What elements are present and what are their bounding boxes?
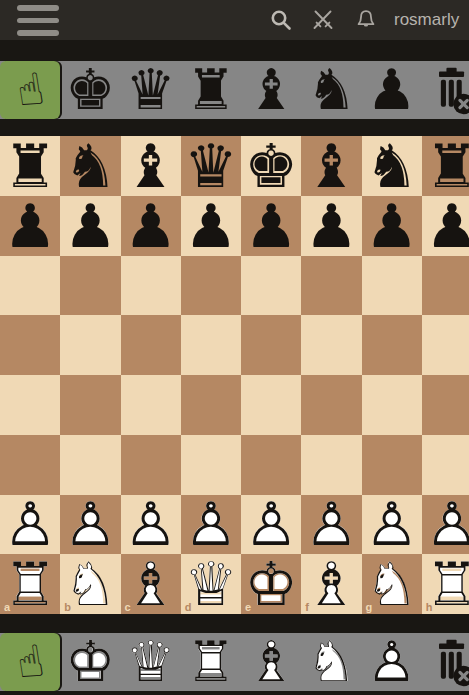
coord-file-f: f — [305, 602, 309, 613]
black-pawn[interactable]: ♟ — [362, 196, 422, 256]
white-pawn[interactable]: ♟♙ — [181, 495, 241, 555]
black-knight[interactable]: ♞ — [301, 61, 361, 119]
square-c8[interactable]: ♝ — [121, 136, 181, 196]
black-rook[interactable]: ♜ — [181, 61, 241, 119]
white-bishop[interactable]: ♝♗ — [241, 633, 301, 691]
square-g8[interactable]: ♞ — [362, 136, 422, 196]
spare-black-knight-cell[interactable]: ♞ — [301, 61, 361, 119]
spare-black-king-cell[interactable]: ♚ — [60, 61, 120, 119]
search-icon[interactable] — [269, 8, 293, 32]
square-c5[interactable] — [121, 315, 181, 375]
white-pawn[interactable]: ♟♙ — [0, 495, 60, 555]
square-g1[interactable]: ♞♘g — [362, 554, 422, 614]
username[interactable]: rosmarly — [394, 0, 459, 40]
square-a2[interactable]: ♟♙ — [0, 495, 60, 555]
square-f1[interactable]: ♝♗f — [301, 554, 361, 614]
square-a7[interactable]: ♟ — [0, 196, 60, 256]
spare-white-pawn-cell[interactable]: ♟♙ — [362, 633, 422, 691]
square-h4[interactable] — [422, 375, 469, 435]
square-h3[interactable] — [422, 435, 469, 495]
square-e6[interactable] — [241, 256, 301, 316]
coord-file-e: e — [245, 602, 251, 613]
square-g2[interactable]: ♟♙ — [362, 495, 422, 555]
black-rook[interactable]: ♜ — [422, 136, 469, 196]
chess-board: ♜♞♝♛♚♝♞♜♟♟♟♟♟♟♟♟♟♙♟♙♟♙♟♙♟♙♟♙♟♙♟♙♜♖a♞♘b♝♗… — [0, 136, 469, 614]
square-f7[interactable]: ♟ — [301, 196, 361, 256]
coord-file-a: a — [4, 602, 10, 613]
square-f4[interactable] — [301, 375, 361, 435]
square-c1[interactable]: ♝♗c — [121, 554, 181, 614]
spare-black-bishop-cell[interactable]: ♝ — [241, 61, 301, 119]
square-g6[interactable] — [362, 256, 422, 316]
black-queen[interactable]: ♛ — [121, 61, 181, 119]
board-editor-page: rosmarly ☝ ♚♛♜♝♞♟ — [0, 0, 469, 695]
black-king[interactable]: ♚ — [60, 61, 120, 119]
square-e5[interactable] — [241, 315, 301, 375]
black-knight[interactable]: ♞ — [362, 136, 422, 196]
square-g7[interactable]: ♟ — [362, 196, 422, 256]
square-d6[interactable] — [181, 256, 241, 316]
square-h1[interactable]: ♜♖h — [422, 554, 469, 614]
square-f5[interactable] — [301, 315, 361, 375]
black-rook[interactable]: ♜ — [0, 136, 60, 196]
square-d3[interactable] — [181, 435, 241, 495]
spare-pieces-black: ☝ ♚♛♜♝♞♟ — [0, 61, 469, 119]
white-pawn[interactable]: ♟♙ — [301, 495, 361, 555]
square-e2[interactable]: ♟♙ — [241, 495, 301, 555]
trash-tool-white[interactable] — [422, 633, 469, 691]
square-g3[interactable] — [362, 435, 422, 495]
square-a4[interactable] — [0, 375, 60, 435]
square-b8[interactable]: ♞ — [60, 136, 120, 196]
square-c4[interactable] — [121, 375, 181, 435]
square-f8[interactable]: ♝ — [301, 136, 361, 196]
black-king[interactable]: ♚ — [241, 136, 301, 196]
square-c7[interactable]: ♟ — [121, 196, 181, 256]
square-d8[interactable]: ♛ — [181, 136, 241, 196]
trash-delete-icon — [427, 64, 469, 116]
coord-file-g: g — [366, 602, 373, 613]
square-a3[interactable] — [0, 435, 60, 495]
site-header: rosmarly — [0, 0, 469, 40]
black-pawn[interactable]: ♟ — [422, 196, 469, 256]
square-b4[interactable] — [60, 375, 120, 435]
square-f6[interactable] — [301, 256, 361, 316]
square-e1[interactable]: ♚♔e — [241, 554, 301, 614]
black-bishop[interactable]: ♝ — [241, 61, 301, 119]
hand-pointer-icon: ☝ — [12, 631, 48, 692]
white-bishop[interactable]: ♝♗ — [301, 554, 361, 614]
white-pawn[interactable]: ♟♙ — [362, 633, 422, 691]
white-pawn[interactable]: ♟♙ — [362, 495, 422, 555]
square-e7[interactable]: ♟ — [241, 196, 301, 256]
square-a5[interactable] — [0, 315, 60, 375]
crossed-swords-icon[interactable] — [311, 8, 335, 32]
square-b6[interactable] — [60, 256, 120, 316]
white-king[interactable]: ♚♔ — [60, 633, 120, 691]
black-pawn[interactable]: ♟ — [60, 196, 120, 256]
spare-black-pawn-cell[interactable]: ♟ — [362, 61, 422, 119]
black-pawn[interactable]: ♟ — [0, 196, 60, 256]
square-e3[interactable] — [241, 435, 301, 495]
square-b7[interactable]: ♟ — [60, 196, 120, 256]
white-rook[interactable]: ♜♖ — [181, 633, 241, 691]
square-c2[interactable]: ♟♙ — [121, 495, 181, 555]
black-pawn[interactable]: ♟ — [181, 196, 241, 256]
coord-file-h: h — [426, 602, 433, 613]
square-a1[interactable]: ♜♖a — [0, 554, 60, 614]
spare-white-knight-cell[interactable]: ♞♘ — [301, 633, 361, 691]
menu-icon[interactable] — [17, 4, 59, 36]
square-h8[interactable]: ♜ — [422, 136, 469, 196]
square-a6[interactable] — [0, 256, 60, 316]
coord-file-d: d — [185, 602, 192, 613]
square-d4[interactable] — [181, 375, 241, 435]
black-pawn[interactable]: ♟ — [301, 196, 361, 256]
spare-white-king-cell[interactable]: ♚♔ — [60, 633, 120, 691]
white-pawn[interactable]: ♟♙ — [60, 495, 120, 555]
square-b1[interactable]: ♞♘b — [60, 554, 120, 614]
square-c6[interactable] — [121, 256, 181, 316]
square-e8[interactable]: ♚ — [241, 136, 301, 196]
trash-tool-black[interactable] — [422, 61, 469, 119]
square-d7[interactable]: ♟ — [181, 196, 241, 256]
bell-icon[interactable] — [354, 8, 378, 32]
square-b2[interactable]: ♟♙ — [60, 495, 120, 555]
square-d5[interactable] — [181, 315, 241, 375]
square-d1[interactable]: ♛♕d — [181, 554, 241, 614]
square-d2[interactable]: ♟♙ — [181, 495, 241, 555]
white-pawn[interactable]: ♟♙ — [121, 495, 181, 555]
square-a8[interactable]: ♜ — [0, 136, 60, 196]
spare-pieces-white: ☝ ♚♔♛♕♜♖♝♗♞♘♟♙ — [0, 633, 469, 691]
square-h5[interactable] — [422, 315, 469, 375]
black-pawn[interactable]: ♟ — [362, 61, 422, 119]
square-g4[interactable] — [362, 375, 422, 435]
pointer-tool-black[interactable]: ☝ — [0, 61, 60, 119]
white-pawn[interactable]: ♟♙ — [241, 495, 301, 555]
black-bishop[interactable]: ♝ — [301, 136, 361, 196]
square-b3[interactable] — [60, 435, 120, 495]
spare-white-rook-cell[interactable]: ♜♖ — [181, 633, 241, 691]
spare-black-rook-cell[interactable]: ♜ — [181, 61, 241, 119]
square-e4[interactable] — [241, 375, 301, 435]
square-f2[interactable]: ♟♙ — [301, 495, 361, 555]
square-h2[interactable]: ♟♙ — [422, 495, 469, 555]
black-knight[interactable]: ♞ — [60, 136, 120, 196]
square-g5[interactable] — [362, 315, 422, 375]
white-knight[interactable]: ♞♘ — [301, 633, 361, 691]
black-bishop[interactable]: ♝ — [121, 136, 181, 196]
coord-file-c: c — [125, 602, 131, 613]
square-b5[interactable] — [60, 315, 120, 375]
hand-pointer-icon: ☝ — [12, 59, 48, 120]
black-pawn[interactable]: ♟ — [241, 196, 301, 256]
pointer-tool-white[interactable]: ☝ — [0, 633, 60, 691]
spare-black-queen-cell[interactable]: ♛ — [121, 61, 181, 119]
trash-delete-icon — [427, 636, 469, 688]
white-pawn[interactable]: ♟♙ — [422, 495, 469, 555]
square-f3[interactable] — [301, 435, 361, 495]
coord-file-b: b — [64, 602, 71, 613]
spare-white-queen-cell[interactable]: ♛♕ — [121, 633, 181, 691]
black-queen[interactable]: ♛ — [181, 136, 241, 196]
square-h6[interactable] — [422, 256, 469, 316]
white-queen[interactable]: ♛♕ — [121, 633, 181, 691]
black-pawn[interactable]: ♟ — [121, 196, 181, 256]
spare-white-bishop-cell[interactable]: ♝♗ — [241, 633, 301, 691]
square-h7[interactable]: ♟ — [422, 196, 469, 256]
square-c3[interactable] — [121, 435, 181, 495]
